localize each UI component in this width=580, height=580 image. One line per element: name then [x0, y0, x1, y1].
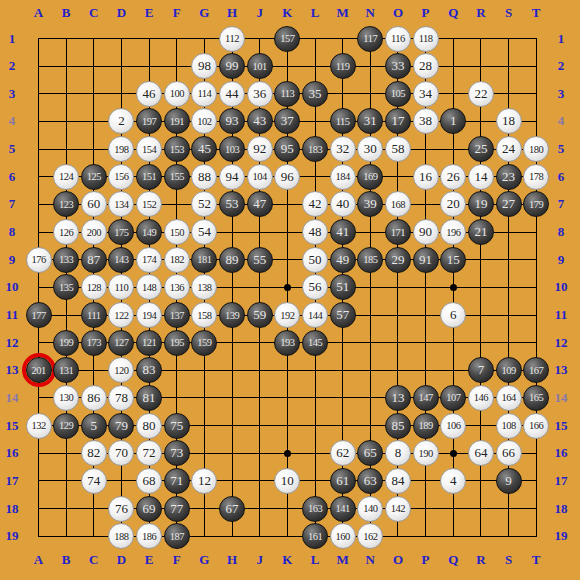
- stone-H4[interactable]: 93: [219, 108, 245, 134]
- col-label-top-O: O: [386, 6, 410, 20]
- stone-E15[interactable]: 80: [136, 413, 162, 439]
- move-number: 150: [170, 227, 184, 238]
- move-number: 168: [391, 199, 405, 210]
- col-label-bottom-L: L: [303, 553, 327, 567]
- stone-L19[interactable]: 161: [302, 523, 328, 549]
- stone-O18[interactable]: 142: [385, 496, 411, 522]
- stone-K12[interactable]: 193: [274, 330, 300, 356]
- stone-K3[interactable]: 113: [274, 81, 300, 107]
- stone-O16[interactable]: 8: [385, 440, 411, 466]
- stone-E6[interactable]: 151: [136, 164, 162, 190]
- stone-F12[interactable]: 195: [164, 330, 190, 356]
- move-number: 8: [395, 445, 402, 461]
- move-number: 57: [336, 307, 349, 323]
- stone-B15[interactable]: 129: [53, 413, 79, 439]
- move-number: 76: [115, 501, 128, 517]
- stone-C12[interactable]: 173: [81, 330, 107, 356]
- stone-F18[interactable]: 77: [164, 496, 190, 522]
- move-number: 2: [118, 113, 125, 129]
- go-board[interactable]: AABBCCDDEEFFGGHHJJKKLLMMNNOOPPQQRRSSTT11…: [0, 0, 580, 580]
- stone-M10[interactable]: 51: [330, 274, 356, 300]
- stone-D7[interactable]: 134: [108, 191, 134, 217]
- stone-N16[interactable]: 65: [357, 440, 383, 466]
- stone-E13[interactable]: 83: [136, 357, 162, 383]
- stone-G5[interactable]: 45: [191, 136, 217, 162]
- stone-O4[interactable]: 17: [385, 108, 411, 134]
- stone-B12[interactable]: 199: [53, 330, 79, 356]
- stone-H7[interactable]: 53: [219, 191, 245, 217]
- move-number: 52: [198, 196, 211, 212]
- move-number: 75: [170, 418, 183, 434]
- move-number: 123: [59, 199, 73, 210]
- stone-M16[interactable]: 62: [330, 440, 356, 466]
- move-number: 169: [363, 171, 377, 182]
- stone-O9[interactable]: 29: [385, 247, 411, 273]
- move-number: 43: [253, 113, 266, 129]
- stone-L3[interactable]: 35: [302, 81, 328, 107]
- stone-Q11[interactable]: 6: [440, 302, 466, 328]
- stone-A11[interactable]: 177: [26, 302, 52, 328]
- move-number: 58: [391, 141, 404, 157]
- stone-O5[interactable]: 58: [385, 136, 411, 162]
- stone-H6[interactable]: 94: [219, 164, 245, 190]
- stone-N5[interactable]: 30: [357, 136, 383, 162]
- move-number: 177: [31, 310, 45, 321]
- move-number: 38: [419, 113, 432, 129]
- stone-E4[interactable]: 197: [136, 108, 162, 134]
- stone-J11[interactable]: 59: [247, 302, 273, 328]
- move-number: 109: [501, 365, 515, 376]
- stone-M9[interactable]: 49: [330, 247, 356, 273]
- stone-P2[interactable]: 28: [413, 53, 439, 79]
- stone-G6[interactable]: 88: [191, 164, 217, 190]
- stone-S13[interactable]: 109: [496, 357, 522, 383]
- row-label-right-11: 11: [549, 308, 573, 322]
- stone-O14[interactable]: 13: [385, 385, 411, 411]
- stone-T14[interactable]: 165: [523, 385, 549, 411]
- stone-F11[interactable]: 137: [164, 302, 190, 328]
- move-number: 77: [170, 501, 183, 517]
- stone-H11[interactable]: 139: [219, 302, 245, 328]
- col-label-top-G: G: [192, 6, 216, 20]
- stone-Q14[interactable]: 107: [440, 385, 466, 411]
- stone-F6[interactable]: 155: [164, 164, 190, 190]
- stone-E18[interactable]: 69: [136, 496, 162, 522]
- stone-O2[interactable]: 33: [385, 53, 411, 79]
- move-number: 55: [253, 252, 266, 268]
- move-number: 155: [170, 171, 184, 182]
- stone-E16[interactable]: 72: [136, 440, 162, 466]
- move-number: 139: [225, 310, 239, 321]
- move-number: 176: [31, 254, 45, 265]
- move-number: 90: [419, 224, 432, 240]
- stone-Q9[interactable]: 15: [440, 247, 466, 273]
- stone-F16[interactable]: 73: [164, 440, 190, 466]
- col-label-top-Q: Q: [441, 6, 465, 20]
- stone-P1[interactable]: 118: [413, 26, 439, 52]
- move-number: 103: [225, 144, 239, 155]
- stone-O7[interactable]: 168: [385, 191, 411, 217]
- stone-B9[interactable]: 133: [53, 247, 79, 273]
- stone-N1[interactable]: 117: [357, 26, 383, 52]
- move-number: 183: [308, 144, 322, 155]
- stone-B10[interactable]: 135: [53, 274, 79, 300]
- move-number: 102: [197, 116, 211, 127]
- move-number: 171: [391, 227, 405, 238]
- stone-M18[interactable]: 141: [330, 496, 356, 522]
- move-number: 163: [308, 503, 322, 514]
- stone-E14[interactable]: 81: [136, 385, 162, 411]
- stone-C14[interactable]: 86: [81, 385, 107, 411]
- stone-T15[interactable]: 166: [523, 413, 549, 439]
- stone-H2[interactable]: 99: [219, 53, 245, 79]
- stone-N6[interactable]: 169: [357, 164, 383, 190]
- move-number: 86: [87, 390, 100, 406]
- move-number: 161: [308, 531, 322, 542]
- stone-D6[interactable]: 156: [108, 164, 134, 190]
- stone-E10[interactable]: 148: [136, 274, 162, 300]
- move-number: 34: [419, 86, 432, 102]
- stone-S15[interactable]: 108: [496, 413, 522, 439]
- stone-J4[interactable]: 43: [247, 108, 273, 134]
- stone-F10[interactable]: 136: [164, 274, 190, 300]
- stone-T13[interactable]: 167: [523, 357, 549, 383]
- stone-G2[interactable]: 98: [191, 53, 217, 79]
- stone-O15[interactable]: 85: [385, 413, 411, 439]
- move-number: 121: [142, 337, 156, 348]
- move-number: 80: [143, 418, 156, 434]
- move-number: 92: [253, 141, 266, 157]
- stone-D8[interactable]: 175: [108, 219, 134, 245]
- stone-K17[interactable]: 10: [274, 468, 300, 494]
- stone-L10[interactable]: 56: [302, 274, 328, 300]
- move-number: 106: [446, 420, 460, 431]
- stone-T6[interactable]: 178: [523, 164, 549, 190]
- stone-M7[interactable]: 40: [330, 191, 356, 217]
- stone-O17[interactable]: 84: [385, 468, 411, 494]
- row-label-right-14: 14: [549, 391, 573, 405]
- move-number: 114: [197, 88, 211, 99]
- move-number: 182: [170, 254, 184, 265]
- stone-R5[interactable]: 25: [468, 136, 494, 162]
- stone-K4[interactable]: 37: [274, 108, 300, 134]
- stone-H5[interactable]: 103: [219, 136, 245, 162]
- move-number: 89: [226, 252, 239, 268]
- stone-A15[interactable]: 132: [26, 413, 52, 439]
- stone-B6[interactable]: 124: [53, 164, 79, 190]
- move-number: 100: [170, 88, 184, 99]
- move-number: 198: [114, 144, 128, 155]
- stone-L12[interactable]: 145: [302, 330, 328, 356]
- move-number: 159: [197, 337, 211, 348]
- stone-L18[interactable]: 163: [302, 496, 328, 522]
- col-label-top-M: M: [331, 6, 355, 20]
- stone-L9[interactable]: 50: [302, 247, 328, 273]
- row-label-right-6: 6: [549, 170, 573, 184]
- stone-B14[interactable]: 130: [53, 385, 79, 411]
- row-label-right-17: 17: [549, 474, 573, 488]
- stone-N7[interactable]: 39: [357, 191, 383, 217]
- stone-P8[interactable]: 90: [413, 219, 439, 245]
- stone-Q4[interactable]: 1: [440, 108, 466, 134]
- stone-C15[interactable]: 5: [81, 413, 107, 439]
- stone-D13[interactable]: 120: [108, 357, 134, 383]
- stone-A9[interactable]: 176: [26, 247, 52, 273]
- stone-J7[interactable]: 47: [247, 191, 273, 217]
- stone-C9[interactable]: 87: [81, 247, 107, 273]
- row-label-right-16: 16: [549, 446, 573, 460]
- stone-E3[interactable]: 46: [136, 81, 162, 107]
- stone-D9[interactable]: 143: [108, 247, 134, 273]
- stone-Q8[interactable]: 196: [440, 219, 466, 245]
- stone-R14[interactable]: 146: [468, 385, 494, 411]
- row-label-left-14: 14: [0, 391, 24, 405]
- stone-S6[interactable]: 23: [496, 164, 522, 190]
- row-label-right-8: 8: [549, 225, 573, 239]
- stone-E9[interactable]: 174: [136, 247, 162, 273]
- stone-B13[interactable]: 131: [53, 357, 79, 383]
- move-number: 64: [474, 445, 487, 461]
- stone-K11[interactable]: 192: [274, 302, 300, 328]
- stone-E8[interactable]: 149: [136, 219, 162, 245]
- stone-P6[interactable]: 16: [413, 164, 439, 190]
- stone-M4[interactable]: 115: [330, 108, 356, 134]
- stone-D18[interactable]: 76: [108, 496, 134, 522]
- stone-Q17[interactable]: 4: [440, 468, 466, 494]
- move-number: 157: [280, 33, 294, 44]
- stone-C7[interactable]: 60: [81, 191, 107, 217]
- stone-S14[interactable]: 164: [496, 385, 522, 411]
- stone-F15[interactable]: 75: [164, 413, 190, 439]
- stone-E7[interactable]: 152: [136, 191, 162, 217]
- stone-H9[interactable]: 89: [219, 247, 245, 273]
- move-number: 1: [450, 113, 457, 129]
- stone-M6[interactable]: 184: [330, 164, 356, 190]
- stone-P15[interactable]: 189: [413, 413, 439, 439]
- stone-O8[interactable]: 171: [385, 219, 411, 245]
- stone-Q15[interactable]: 106: [440, 413, 466, 439]
- stone-H18[interactable]: 67: [219, 496, 245, 522]
- stone-P4[interactable]: 38: [413, 108, 439, 134]
- move-number: 84: [391, 473, 404, 489]
- stone-L5[interactable]: 183: [302, 136, 328, 162]
- stone-H3[interactable]: 44: [219, 81, 245, 107]
- stone-H1[interactable]: 112: [219, 26, 245, 52]
- stone-R13[interactable]: 7: [468, 357, 494, 383]
- stone-C17[interactable]: 74: [81, 468, 107, 494]
- move-number: 21: [474, 224, 487, 240]
- stone-N9[interactable]: 185: [357, 247, 383, 273]
- move-number: 107: [446, 392, 460, 403]
- move-number: 149: [142, 227, 156, 238]
- stone-M19[interactable]: 160: [330, 523, 356, 549]
- stone-C16[interactable]: 82: [81, 440, 107, 466]
- stone-M5[interactable]: 32: [330, 136, 356, 162]
- stone-F4[interactable]: 191: [164, 108, 190, 134]
- stone-F3[interactable]: 100: [164, 81, 190, 107]
- stone-J2[interactable]: 101: [247, 53, 273, 79]
- stone-G11[interactable]: 158: [191, 302, 217, 328]
- stone-M2[interactable]: 119: [330, 53, 356, 79]
- move-number: 46: [143, 86, 156, 102]
- row-label-left-6: 6: [0, 170, 24, 184]
- move-number: 74: [87, 473, 100, 489]
- move-number: 10: [281, 473, 294, 489]
- stone-Q7[interactable]: 20: [440, 191, 466, 217]
- stone-D4[interactable]: 2: [108, 108, 134, 134]
- stone-L8[interactable]: 48: [302, 219, 328, 245]
- move-number: 180: [529, 144, 543, 155]
- stone-E19[interactable]: 186: [136, 523, 162, 549]
- row-label-right-1: 1: [549, 32, 573, 46]
- move-number: 175: [114, 227, 128, 238]
- stone-P9[interactable]: 91: [413, 247, 439, 273]
- stone-G17[interactable]: 12: [191, 468, 217, 494]
- move-number: 197: [142, 116, 156, 127]
- move-number: 24: [502, 141, 515, 157]
- row-label-right-12: 12: [549, 336, 573, 350]
- move-number: 129: [59, 420, 73, 431]
- stone-N17[interactable]: 63: [357, 468, 383, 494]
- stone-J5[interactable]: 92: [247, 136, 273, 162]
- stone-K5[interactable]: 95: [274, 136, 300, 162]
- stone-R16[interactable]: 64: [468, 440, 494, 466]
- stone-A13-last-move[interactable]: 201: [26, 357, 52, 383]
- stone-T5[interactable]: 180: [523, 136, 549, 162]
- move-number: 165: [529, 392, 543, 403]
- stone-D10[interactable]: 110: [108, 274, 134, 300]
- stone-R8[interactable]: 21: [468, 219, 494, 245]
- stone-N4[interactable]: 31: [357, 108, 383, 134]
- move-number: 27: [502, 196, 515, 212]
- stone-P16[interactable]: 190: [413, 440, 439, 466]
- move-number: 152: [142, 199, 156, 210]
- stone-C10[interactable]: 128: [81, 274, 107, 300]
- col-label-bottom-C: C: [82, 553, 106, 567]
- row-label-left-16: 16: [0, 446, 24, 460]
- stone-B8[interactable]: 126: [53, 219, 79, 245]
- move-number: 31: [364, 113, 377, 129]
- stone-L11[interactable]: 144: [302, 302, 328, 328]
- stone-M8[interactable]: 41: [330, 219, 356, 245]
- stone-F5[interactable]: 153: [164, 136, 190, 162]
- move-number: 125: [87, 171, 101, 182]
- stone-G10[interactable]: 138: [191, 274, 217, 300]
- stone-S4[interactable]: 18: [496, 108, 522, 134]
- stone-D14[interactable]: 78: [108, 385, 134, 411]
- stone-J9[interactable]: 55: [247, 247, 273, 273]
- stone-F19[interactable]: 187: [164, 523, 190, 549]
- move-number: 9: [505, 473, 512, 489]
- stone-N18[interactable]: 140: [357, 496, 383, 522]
- stone-O1[interactable]: 116: [385, 26, 411, 52]
- stone-E11[interactable]: 194: [136, 302, 162, 328]
- stone-S7[interactable]: 27: [496, 191, 522, 217]
- stone-Q6[interactable]: 26: [440, 164, 466, 190]
- move-number: 98: [198, 58, 211, 74]
- stone-P14[interactable]: 147: [413, 385, 439, 411]
- stone-P3[interactable]: 34: [413, 81, 439, 107]
- stone-G7[interactable]: 52: [191, 191, 217, 217]
- move-number: 138: [197, 282, 211, 293]
- stone-C8[interactable]: 200: [81, 219, 107, 245]
- stone-D12[interactable]: 127: [108, 330, 134, 356]
- stone-J3[interactable]: 36: [247, 81, 273, 107]
- move-number: 167: [529, 365, 543, 376]
- stone-N19[interactable]: 162: [357, 523, 383, 549]
- stone-R7[interactable]: 19: [468, 191, 494, 217]
- move-number: 160: [336, 531, 350, 542]
- stone-R3[interactable]: 22: [468, 81, 494, 107]
- move-number: 130: [59, 392, 73, 403]
- move-number: 15: [447, 252, 460, 268]
- stone-M17[interactable]: 61: [330, 468, 356, 494]
- move-number: 32: [336, 141, 349, 157]
- move-number: 116: [391, 33, 405, 44]
- stone-S17[interactable]: 9: [496, 468, 522, 494]
- move-number: 127: [114, 337, 128, 348]
- move-number: 14: [474, 169, 487, 185]
- move-number: 194: [142, 310, 156, 321]
- col-label-top-B: B: [54, 6, 78, 20]
- col-label-bottom-P: P: [414, 553, 438, 567]
- stone-K6[interactable]: 96: [274, 164, 300, 190]
- stone-G9[interactable]: 181: [191, 247, 217, 273]
- stone-G4[interactable]: 102: [191, 108, 217, 134]
- stone-G12[interactable]: 159: [191, 330, 217, 356]
- move-number: 18: [502, 113, 515, 129]
- stone-J6[interactable]: 104: [247, 164, 273, 190]
- stone-F9[interactable]: 182: [164, 247, 190, 273]
- col-label-bottom-E: E: [137, 553, 161, 567]
- stone-F17[interactable]: 71: [164, 468, 190, 494]
- row-label-left-13: 13: [0, 363, 24, 377]
- move-number: 124: [59, 171, 73, 182]
- stone-K1[interactable]: 157: [274, 26, 300, 52]
- stone-B7[interactable]: 123: [53, 191, 79, 217]
- move-number: 88: [198, 169, 211, 185]
- stone-O3[interactable]: 105: [385, 81, 411, 107]
- stone-E17[interactable]: 68: [136, 468, 162, 494]
- stone-C11[interactable]: 111: [81, 302, 107, 328]
- stone-E5[interactable]: 154: [136, 136, 162, 162]
- stone-G3[interactable]: 114: [191, 81, 217, 107]
- stone-G8[interactable]: 54: [191, 219, 217, 245]
- move-number: 48: [309, 224, 322, 240]
- move-number: 95: [281, 141, 294, 157]
- move-number: 173: [87, 337, 101, 348]
- stone-S5[interactable]: 24: [496, 136, 522, 162]
- move-number: 81: [143, 390, 156, 406]
- stone-D15[interactable]: 79: [108, 413, 134, 439]
- stone-D5[interactable]: 198: [108, 136, 134, 162]
- stone-L7[interactable]: 42: [302, 191, 328, 217]
- stone-E12[interactable]: 121: [136, 330, 162, 356]
- row-label-left-9: 9: [0, 253, 24, 267]
- stone-D19[interactable]: 188: [108, 523, 134, 549]
- stone-C6[interactable]: 125: [81, 164, 107, 190]
- stone-T7[interactable]: 179: [523, 191, 549, 217]
- stone-D11[interactable]: 122: [108, 302, 134, 328]
- stone-R6[interactable]: 14: [468, 164, 494, 190]
- move-number: 68: [143, 473, 156, 489]
- stone-F8[interactable]: 150: [164, 219, 190, 245]
- move-number: 49: [336, 252, 349, 268]
- stone-M11[interactable]: 57: [330, 302, 356, 328]
- move-number: 200: [87, 227, 101, 238]
- stone-S16[interactable]: 66: [496, 440, 522, 466]
- stone-D16[interactable]: 70: [108, 440, 134, 466]
